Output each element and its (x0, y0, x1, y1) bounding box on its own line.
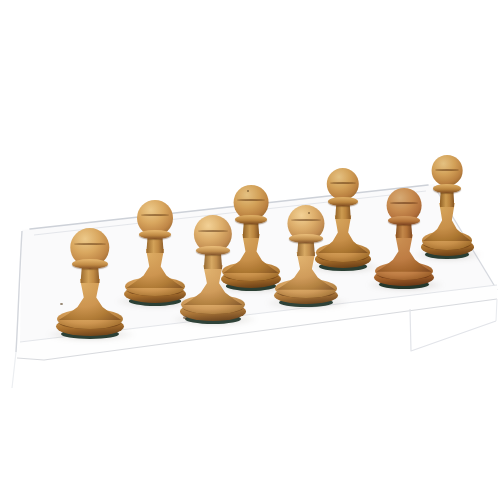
wood-blemish (308, 212, 310, 214)
pawn-bell (277, 252, 336, 290)
pawn-collar (433, 184, 461, 193)
wooden-pawn-7-front (374, 188, 434, 289)
pawn-ring (291, 219, 320, 221)
pawn-bell (59, 279, 122, 320)
wooden-pawn-2-back (124, 200, 186, 306)
photo-canvas (0, 0, 500, 500)
wooden-pawn-1-front (56, 228, 124, 339)
acrylic-left-support-edge (12, 352, 16, 388)
pawn-head (327, 168, 359, 200)
pawn-ring (198, 230, 228, 232)
pawn-ring (330, 182, 356, 184)
pawn-ring (390, 202, 418, 204)
pawn-collar (388, 216, 419, 225)
pawn-collar (289, 234, 322, 243)
acrylic-right-support-corner (496, 299, 497, 321)
wooden-pawn-5-front (274, 205, 338, 307)
wood-blemish (247, 190, 249, 192)
wooden-pawn-3-front (180, 215, 246, 324)
pawn-collar (139, 230, 171, 240)
acrylic-right-support-edge (410, 309, 496, 351)
wood-blemish (60, 303, 63, 305)
pawn-collar (196, 246, 230, 256)
pawn-ring (74, 243, 105, 245)
pawn-collar (72, 259, 107, 269)
wood-blemish (183, 316, 187, 319)
